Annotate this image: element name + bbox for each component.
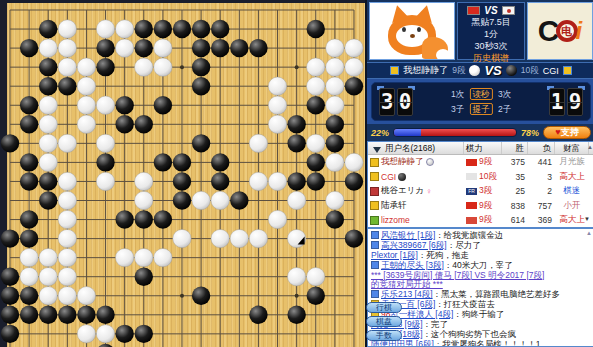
chat-line: Plextor [1段]：死狗，拖走: [371, 251, 591, 261]
chat-line: 高兴389667 [6段]：尽力了: [371, 241, 591, 251]
username-column-header[interactable]: 用户名(2168): [385, 142, 435, 154]
user-wins: 25: [502, 186, 528, 196]
black-time-counter: 19: [549, 88, 583, 116]
user-wins: 614: [502, 215, 528, 225]
user-table-row[interactable]: 桃谷エリカ♀FR3段252棋迷: [368, 184, 593, 199]
white-player-avatar[interactable]: [369, 2, 455, 60]
white-player-board-icon[interactable]: [390, 66, 399, 75]
side-button-手数[interactable]: 手数: [366, 330, 402, 341]
white-captures: 3子: [451, 104, 464, 114]
user-table-row[interactable]: 陆承轩9段838757小开: [368, 199, 593, 214]
user-wins: 375: [502, 157, 528, 167]
chat-line: 风浩银竹 [1段]：给我党旗镶金边: [371, 231, 591, 241]
country-flag-icon: [466, 159, 477, 166]
chat-message: ：我党屠狗名局榜！！！！1: [434, 340, 541, 347]
chat-message: ：40米大刀，宰了: [444, 261, 513, 270]
black-stone-icon: [398, 173, 406, 181]
time-digit: 0: [397, 88, 413, 116]
byoyomi-tag: 读秒: [470, 88, 493, 100]
white-stone-icon: [426, 158, 434, 166]
country-flag-icon: [466, 202, 477, 209]
user-name[interactable]: lizzome: [381, 215, 410, 225]
chat-line: *** [3639号房间] 债马 [7段] VS 明令2017 [7段]: [371, 271, 591, 281]
user-wins: 838: [502, 201, 528, 211]
user-name[interactable]: 我想静静了: [381, 156, 424, 168]
black-player-avatar[interactable]: C 电 i: [527, 2, 593, 60]
black-vote-percent: 78%: [521, 128, 539, 138]
user-list-table: 用户名(2168) 棋力 胜 负 财富 ▲ 我想静静了9段375441月光族CG…: [367, 141, 593, 228]
black-player-rank: 10段: [521, 65, 539, 77]
table-header-row: 用户名(2168) 棋力 胜 负 财富 ▲: [368, 142, 593, 155]
main-time-label: 1分: [458, 28, 524, 40]
user-wealth: 高大上▼: [555, 214, 589, 226]
time-digit: 9: [567, 88, 583, 116]
logo-i-glyph: i: [576, 17, 583, 45]
scoreboard-panel: 30 1次 读秒 3次 3子 提子 2子 19: [367, 79, 593, 124]
chat-message: ：狗终于输了: [453, 310, 504, 319]
white-time-counter: 30: [379, 88, 413, 116]
user-wealth: 棋迷: [555, 185, 589, 197]
wealth-column-header[interactable]: 财富: [555, 142, 589, 154]
chat-user-name[interactable]: 乐乐213 [4段]: [381, 290, 433, 299]
user-badge-icon: [370, 158, 379, 167]
chat-message: ：尽力了: [447, 241, 481, 250]
chat-message: ：这个狗狗劣势下也会疯: [423, 330, 517, 339]
user-losses: 2: [528, 186, 555, 196]
black-captures: 2子: [498, 104, 511, 114]
chat-user-icon: [371, 231, 379, 239]
logo-dian-glyph: 电: [556, 20, 578, 42]
white-side-flag-icon: [502, 6, 515, 15]
loss-column-header[interactable]: 负: [528, 142, 555, 154]
vs-big-label: VS: [484, 63, 501, 78]
user-badge-icon: [370, 216, 379, 225]
chat-message: ：给我党旗镶金边: [435, 231, 503, 240]
rank-column-header[interactable]: 棋力: [464, 142, 502, 154]
user-rank: 9段: [479, 156, 492, 168]
black-player-name[interactable]: CGI: [543, 66, 559, 76]
country-flag-icon: [466, 173, 477, 180]
chat-user-name[interactable]: Plextor [1段]: [371, 251, 418, 260]
chat-message: ：打狂犬疫苗去: [435, 300, 495, 309]
chat-user-icon: [371, 241, 379, 249]
side-button-棋盘[interactable]: 棋盘: [366, 316, 402, 327]
win-column-header[interactable]: 胜: [502, 142, 528, 154]
chat-user-name[interactable]: 高兴389667 [6段]: [381, 241, 447, 250]
user-wealth: 高大上: [555, 171, 589, 183]
chat-message: ：完了: [423, 320, 449, 329]
time-digit: 3: [379, 88, 395, 116]
user-table-row[interactable]: 我想静静了9段375441月光族: [368, 155, 593, 170]
sidebar: VS 黑贴7.5目 1分 30秒3次 历史棋谱 C 电 i 我想静静了 9段 V…: [365, 0, 593, 347]
chat-scroll-up-icon[interactable]: ▲: [586, 230, 592, 236]
user-rank: 3段: [479, 185, 492, 197]
vote-bar: 22% 78% ♥支持: [367, 124, 593, 141]
go-game-window: VS 黑贴7.5目 1分 30秒3次 历史棋谱 C 电 i 我想静静了 9段 V…: [0, 0, 593, 347]
user-table-row[interactable]: lizzome9段614369高大上▼: [368, 213, 593, 228]
user-wins: 35: [502, 172, 528, 182]
user-badge-icon: [370, 172, 379, 181]
chat-line: 王朝的尽头 [3段]：40米大刀，宰了: [371, 261, 591, 271]
support-button[interactable]: ♥支持: [543, 126, 591, 139]
country-flag-icon: [466, 217, 477, 224]
user-name[interactable]: 陆承轩: [381, 200, 407, 212]
female-icon: ♀: [426, 187, 432, 196]
header-panel: VS 黑贴7.5目 1分 30秒3次 历史棋谱 C 电 i: [367, 0, 593, 62]
user-rank: 9段: [479, 200, 492, 212]
user-name[interactable]: 桃谷エリカ: [381, 185, 424, 197]
vs-label: VS: [484, 5, 497, 16]
white-player-rank: 9段: [452, 65, 465, 77]
black-player-board-icon[interactable]: [563, 66, 572, 75]
country-flag-icon: FR: [466, 188, 477, 195]
user-wealth: 小开: [555, 200, 589, 212]
side-button-stack: 行棋棋盘手数: [366, 302, 406, 344]
chat-message: ：黑太菜，算路跟电脑绝艺差好多: [433, 290, 561, 299]
filter-icon[interactable]: [373, 147, 381, 153]
user-losses: 441: [528, 157, 555, 167]
white-stone-icon: [469, 65, 480, 76]
go-board-area: [0, 0, 365, 347]
user-losses: 757: [528, 201, 555, 211]
time-digit: 1: [549, 88, 565, 116]
user-rank: 10段: [479, 171, 497, 183]
user-rank: 9段: [479, 214, 492, 226]
chat-user-icon: [371, 261, 379, 269]
user-badge-icon: [370, 201, 379, 210]
side-button-行棋[interactable]: 行棋: [366, 302, 402, 313]
players-bar: 我想静静了 9段 VS 10段 CGI: [367, 62, 593, 79]
captures-tag: 提子: [470, 103, 493, 115]
komi-label: 黑贴7.5目: [458, 16, 524, 28]
table-scroll-down-icon[interactable]: ▼: [584, 216, 590, 222]
system-message[interactable]: 的竞猜对局开始 ***: [371, 280, 443, 289]
white-vote-percent: 22%: [371, 128, 389, 138]
chat-message: ：死狗，拖走: [418, 251, 469, 260]
user-wealth: 月光族: [555, 156, 589, 168]
score-middle-info: 1次 读秒 3次 3子 提子 2子: [451, 87, 511, 117]
byoyomi-label: 30秒3次: [458, 40, 524, 52]
white-byoyomi-left: 1次: [451, 89, 464, 99]
white-player-name[interactable]: 我想静静了: [403, 64, 448, 77]
chat-line: 的竞猜对局开始 ***: [371, 280, 591, 290]
game-rules-panel: VS 黑贴7.5目 1分 30秒3次 历史棋谱: [457, 2, 525, 60]
vote-progress-bar: [393, 128, 517, 137]
user-table-row[interactable]: CGI10段353高大上: [368, 170, 593, 185]
white-vote-segment: [394, 129, 421, 136]
chat-line: 乐乐213 [4段]：黑太菜，算路跟电脑绝艺差好多: [371, 290, 591, 300]
table-scroll-up-icon[interactable]: ▲: [587, 144, 593, 150]
black-stone-icon: [506, 65, 517, 76]
system-message[interactable]: *** [3639号房间] 债马 [7段] VS 明令2017 [7段]: [371, 271, 544, 280]
user-name[interactable]: CGI: [381, 172, 396, 182]
black-side-flag-icon: [467, 6, 480, 15]
user-losses: 3: [528, 172, 555, 182]
user-badge-icon: [370, 187, 379, 196]
chat-user-icon: [371, 290, 379, 298]
chat-user-name[interactable]: 王朝的尽头 [3段]: [381, 261, 444, 270]
user-losses: 369: [528, 215, 555, 225]
chat-user-name[interactable]: 风浩银竹 [1段]: [381, 231, 435, 240]
black-byoyomi-left: 3次: [498, 89, 511, 99]
go-board[interactable]: [0, 0, 365, 347]
